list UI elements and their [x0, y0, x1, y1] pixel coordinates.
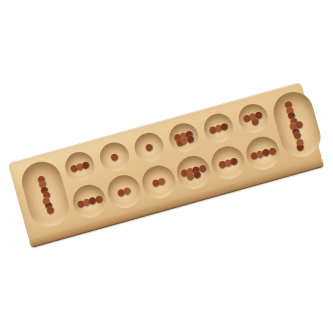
mancala-board: ●●●●●●● ●●●●●●●●●● ●●●●●●●●●●●●●●●●●●●●●…	[8, 82, 324, 248]
photo-scene: ●●●●●●● ●●●●●●●●●● ●●●●●●●●●●●●●●●●●●●●●…	[0, 0, 333, 333]
seed: ●	[218, 160, 226, 168]
seed: ●	[185, 129, 193, 137]
pit-bottom-5[interactable]: ●●●	[208, 142, 249, 183]
seed: ●	[293, 131, 301, 139]
seed: ●	[173, 133, 181, 141]
seed: ●	[157, 177, 165, 185]
seed: ●	[296, 142, 304, 150]
pit-top-6[interactable]: ●●●●	[235, 100, 271, 136]
seed: ●	[42, 196, 50, 204]
pit-seeds: ●●	[104, 171, 145, 212]
seed: ●	[117, 188, 125, 196]
pit-top-2[interactable]: ●	[97, 139, 133, 175]
seed: ●	[179, 136, 187, 144]
seed: ●	[95, 195, 103, 203]
seed: ●	[289, 116, 297, 124]
seed: ●	[256, 150, 264, 158]
seed: ●	[224, 158, 232, 166]
seed: ●	[186, 172, 194, 180]
pit-seeds: ●	[97, 139, 133, 175]
pit-seeds: ●	[131, 129, 167, 165]
seed: ●	[186, 134, 194, 142]
seed: ●	[268, 147, 276, 155]
pit-top-5[interactable]: ●●●	[201, 110, 237, 146]
pit-top-4[interactable]: ●●●●●●	[166, 119, 202, 155]
seed: ●	[186, 167, 194, 175]
pit-seeds: ●●●●	[235, 100, 271, 136]
pit-top-1[interactable]: ●●●	[62, 148, 98, 184]
seed: ●	[76, 199, 84, 207]
seed: ●	[198, 164, 206, 172]
seed: ●	[191, 165, 199, 173]
pit-seeds: ●●	[138, 161, 179, 202]
seed: ●	[295, 120, 303, 128]
seed: ●	[145, 143, 153, 151]
seed: ●	[37, 174, 45, 182]
seed: ●	[81, 161, 89, 169]
board-face: ●●●●●●● ●●●●●●●●●● ●●●●●●●●●●●●●●●●●●●●●…	[8, 82, 322, 240]
seed: ●	[254, 110, 262, 118]
seed: ●	[46, 205, 54, 213]
seed: ●	[248, 112, 256, 120]
pit-bottom-4[interactable]: ●●●●●●	[173, 152, 214, 193]
seed: ●	[250, 151, 258, 159]
pit-seeds: ●●●	[208, 142, 249, 183]
pit-bottom-1[interactable]: ●●●●	[69, 180, 110, 221]
seed: ●	[285, 105, 293, 113]
seed: ●	[40, 185, 48, 193]
seed: ●	[179, 131, 187, 139]
pit-bottom-2[interactable]: ●●	[104, 171, 145, 212]
pit-top-3[interactable]: ●	[131, 129, 167, 165]
seed: ●	[70, 164, 78, 172]
seed: ●	[42, 190, 50, 198]
seed: ●	[176, 138, 184, 146]
seed: ●	[287, 111, 295, 119]
seed: ●	[251, 117, 259, 125]
seed: ●	[180, 168, 188, 176]
pit-seeds: ●●●●●●	[173, 152, 214, 193]
pit-seeds: ●●●	[62, 148, 98, 184]
seed: ●	[220, 122, 228, 130]
seed: ●	[230, 157, 238, 165]
seed: ●	[214, 124, 222, 132]
seed: ●	[193, 170, 201, 178]
seed: ●	[242, 113, 250, 121]
seed: ●	[208, 125, 216, 133]
seed: ●	[82, 198, 90, 206]
seed: ●	[291, 127, 299, 135]
seed: ●	[289, 122, 297, 130]
pit-seeds: ●●●	[201, 110, 237, 146]
seed: ●	[88, 196, 96, 204]
seed: ●	[110, 153, 118, 161]
seed: ●	[295, 137, 303, 145]
seed: ●	[284, 100, 292, 108]
seed: ●	[38, 180, 46, 188]
pit-bottom-3[interactable]: ●●	[138, 161, 179, 202]
pit-seeds: ●●●●	[242, 132, 283, 173]
seed: ●	[152, 179, 160, 187]
seed: ●	[123, 187, 131, 195]
seed: ●	[75, 162, 83, 170]
pit-bottom-6[interactable]: ●●●●	[242, 132, 283, 173]
seed: ●	[44, 201, 52, 209]
pit-seeds: ●●●●	[69, 180, 110, 221]
seed: ●	[261, 148, 269, 156]
pit-seeds: ●●●●●●	[166, 119, 202, 155]
